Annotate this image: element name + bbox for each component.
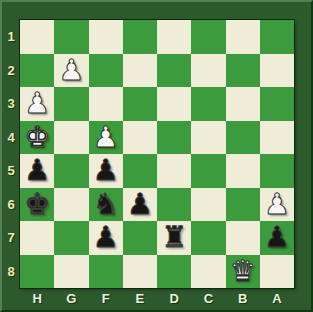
- piece-white-pawn-g2[interactable]: ♟: [58, 56, 84, 85]
- rank-label-6: 6: [2, 188, 20, 222]
- square-d4[interactable]: [157, 121, 191, 155]
- square-d6[interactable]: [157, 188, 191, 222]
- square-d7[interactable]: ♜: [157, 221, 191, 255]
- square-b4[interactable]: [226, 121, 260, 155]
- square-g8[interactable]: [54, 255, 88, 289]
- square-h2[interactable]: [20, 54, 54, 88]
- file-label-c: C: [191, 289, 225, 308]
- square-a5[interactable]: [260, 154, 294, 188]
- square-e2[interactable]: [123, 54, 157, 88]
- piece-black-pawn-h5[interactable]: ♟: [24, 156, 50, 185]
- square-h8[interactable]: [20, 255, 54, 289]
- rank-label-4: 4: [2, 121, 20, 155]
- square-a2[interactable]: [260, 54, 294, 88]
- square-h7[interactable]: [20, 221, 54, 255]
- square-a6[interactable]: ♟: [260, 188, 294, 222]
- board: ♟♟♚♟♟♟♚♞♟♟♟♜♟♛: [20, 20, 294, 288]
- square-g1[interactable]: [54, 20, 88, 54]
- square-h5[interactable]: ♟: [20, 154, 54, 188]
- square-f1[interactable]: [89, 20, 123, 54]
- piece-white-queen-b8[interactable]: ♛: [230, 257, 256, 286]
- square-e4[interactable]: [123, 121, 157, 155]
- file-label-d: D: [157, 289, 191, 308]
- piece-white-king-h4[interactable]: ♚: [24, 123, 50, 152]
- square-a1[interactable]: [260, 20, 294, 54]
- square-a7[interactable]: ♟: [260, 221, 294, 255]
- rank-label-1: 1: [2, 20, 20, 54]
- square-f5[interactable]: ♟: [89, 154, 123, 188]
- square-b3[interactable]: [226, 87, 260, 121]
- square-a8[interactable]: [260, 255, 294, 289]
- square-f4[interactable]: ♟: [89, 121, 123, 155]
- rank-label-5: 5: [2, 154, 20, 188]
- square-c8[interactable]: [191, 255, 225, 289]
- piece-white-pawn-f4[interactable]: ♟: [93, 123, 119, 152]
- square-g5[interactable]: [54, 154, 88, 188]
- square-g4[interactable]: [54, 121, 88, 155]
- square-h4[interactable]: ♚: [20, 121, 54, 155]
- rank-labels: 12345678: [2, 20, 20, 288]
- file-label-h: H: [20, 289, 54, 308]
- square-h1[interactable]: [20, 20, 54, 54]
- file-label-a: A: [260, 289, 294, 308]
- piece-black-rook-d7[interactable]: ♜: [161, 223, 187, 252]
- square-g3[interactable]: [54, 87, 88, 121]
- square-d2[interactable]: [157, 54, 191, 88]
- square-g6[interactable]: [54, 188, 88, 222]
- square-c2[interactable]: [191, 54, 225, 88]
- square-b5[interactable]: [226, 154, 260, 188]
- file-label-e: E: [123, 289, 157, 308]
- square-h6[interactable]: ♚: [20, 188, 54, 222]
- square-d1[interactable]: [157, 20, 191, 54]
- rank-label-3: 3: [2, 87, 20, 121]
- square-c7[interactable]: [191, 221, 225, 255]
- piece-black-knight-f6[interactable]: ♞: [93, 190, 119, 219]
- square-a4[interactable]: [260, 121, 294, 155]
- square-c1[interactable]: [191, 20, 225, 54]
- square-h3[interactable]: ♟: [20, 87, 54, 121]
- square-c6[interactable]: [191, 188, 225, 222]
- square-b8[interactable]: ♛: [226, 255, 260, 289]
- chess-board-frame: 12345678 ♟♟♚♟♟♟♚♞♟♟♟♜♟♛ HGFEDCBA: [0, 0, 313, 312]
- square-f8[interactable]: [89, 255, 123, 289]
- piece-black-king-h6[interactable]: ♚: [24, 190, 50, 219]
- square-d8[interactable]: [157, 255, 191, 289]
- piece-black-pawn-a7[interactable]: ♟: [264, 223, 290, 252]
- square-b6[interactable]: [226, 188, 260, 222]
- square-e7[interactable]: [123, 221, 157, 255]
- rank-label-7: 7: [2, 221, 20, 255]
- file-label-f: F: [89, 289, 123, 308]
- piece-white-pawn-h3[interactable]: ♟: [24, 89, 50, 118]
- piece-black-pawn-f7[interactable]: ♟: [93, 223, 119, 252]
- square-b1[interactable]: [226, 20, 260, 54]
- square-a3[interactable]: [260, 87, 294, 121]
- square-f6[interactable]: ♞: [89, 188, 123, 222]
- square-d3[interactable]: [157, 87, 191, 121]
- square-g7[interactable]: [54, 221, 88, 255]
- square-d5[interactable]: [157, 154, 191, 188]
- square-f7[interactable]: ♟: [89, 221, 123, 255]
- piece-black-pawn-e6[interactable]: ♟: [127, 190, 153, 219]
- square-e8[interactable]: [123, 255, 157, 289]
- file-label-g: G: [54, 289, 88, 308]
- square-e6[interactable]: ♟: [123, 188, 157, 222]
- file-labels: HGFEDCBA: [20, 289, 294, 308]
- square-e1[interactable]: [123, 20, 157, 54]
- square-g2[interactable]: ♟: [54, 54, 88, 88]
- square-b2[interactable]: [226, 54, 260, 88]
- square-b7[interactable]: [226, 221, 260, 255]
- square-e5[interactable]: [123, 154, 157, 188]
- rank-label-2: 2: [2, 54, 20, 88]
- square-c4[interactable]: [191, 121, 225, 155]
- square-f2[interactable]: [89, 54, 123, 88]
- piece-black-pawn-f5[interactable]: ♟: [93, 156, 119, 185]
- rank-label-8: 8: [2, 255, 20, 289]
- square-c5[interactable]: [191, 154, 225, 188]
- piece-white-pawn-a6[interactable]: ♟: [264, 190, 290, 219]
- square-e3[interactable]: [123, 87, 157, 121]
- square-c3[interactable]: [191, 87, 225, 121]
- file-label-b: B: [226, 289, 260, 308]
- square-f3[interactable]: [89, 87, 123, 121]
